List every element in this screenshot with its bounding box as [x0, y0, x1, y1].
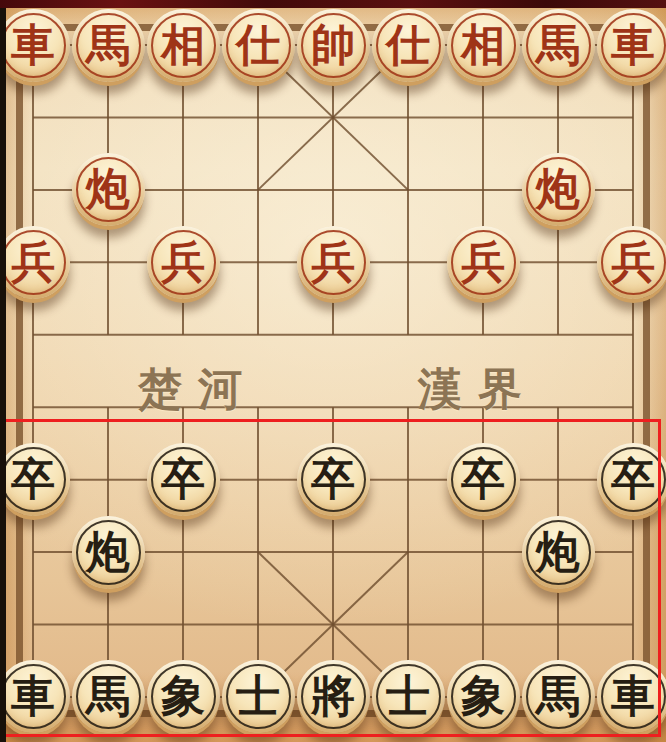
- piece-label: 馬: [522, 9, 595, 82]
- piece-label: 兵: [447, 226, 520, 299]
- piece-black-soldier[interactable]: 卒: [147, 443, 220, 516]
- piece-label: 馬: [72, 9, 145, 82]
- piece-label: 兵: [0, 226, 70, 299]
- piece-label: 卒: [0, 443, 70, 516]
- piece-label: 炮: [72, 153, 145, 226]
- piece-black-cannon[interactable]: 炮: [522, 516, 595, 589]
- piece-label: 仕: [222, 9, 295, 82]
- piece-label: 士: [222, 660, 295, 733]
- piece-black-elephant[interactable]: 象: [447, 660, 520, 733]
- piece-label: 兵: [597, 226, 666, 299]
- piece-label: 兵: [297, 226, 370, 299]
- piece-red-elephant[interactable]: 相: [447, 9, 520, 82]
- piece-label: 帥: [297, 9, 370, 82]
- piece-red-horse[interactable]: 馬: [72, 9, 145, 82]
- piece-black-cannon[interactable]: 炮: [72, 516, 145, 589]
- title-bar: [0, 0, 666, 8]
- piece-label: 車: [597, 9, 666, 82]
- piece-black-advisor[interactable]: 士: [222, 660, 295, 733]
- piece-black-soldier[interactable]: 卒: [297, 443, 370, 516]
- piece-label: 象: [147, 660, 220, 733]
- app-window: 楚河 漢界 車馬相仕帥仕相馬車炮炮兵兵兵兵兵卒卒卒卒卒炮炮車馬象士將士象馬車: [0, 0, 666, 742]
- piece-black-soldier[interactable]: 卒: [597, 443, 666, 516]
- piece-label: 卒: [447, 443, 520, 516]
- piece-label: 車: [597, 660, 666, 733]
- piece-red-soldier[interactable]: 兵: [0, 226, 70, 299]
- piece-label: 車: [0, 9, 70, 82]
- piece-black-elephant[interactable]: 象: [147, 660, 220, 733]
- piece-red-advisor[interactable]: 仕: [372, 9, 445, 82]
- piece-red-general[interactable]: 帥: [297, 9, 370, 82]
- piece-label: 將: [297, 660, 370, 733]
- piece-red-elephant[interactable]: 相: [147, 9, 220, 82]
- piece-black-advisor[interactable]: 士: [372, 660, 445, 733]
- piece-label: 馬: [72, 660, 145, 733]
- piece-label: 卒: [147, 443, 220, 516]
- piece-label: 仕: [372, 9, 445, 82]
- piece-red-chariot[interactable]: 車: [597, 9, 666, 82]
- piece-red-soldier[interactable]: 兵: [597, 226, 666, 299]
- piece-label: 士: [372, 660, 445, 733]
- pieces-layer: 車馬相仕帥仕相馬車炮炮兵兵兵兵兵卒卒卒卒卒炮炮車馬象士將士象馬車: [0, 0, 666, 742]
- piece-label: 炮: [522, 516, 595, 589]
- piece-black-soldier[interactable]: 卒: [447, 443, 520, 516]
- piece-red-cannon[interactable]: 炮: [72, 153, 145, 226]
- piece-label: 卒: [597, 443, 666, 516]
- piece-red-soldier[interactable]: 兵: [297, 226, 370, 299]
- piece-label: 炮: [72, 516, 145, 589]
- piece-black-horse[interactable]: 馬: [522, 660, 595, 733]
- piece-red-advisor[interactable]: 仕: [222, 9, 295, 82]
- piece-red-cannon[interactable]: 炮: [522, 153, 595, 226]
- piece-label: 相: [147, 9, 220, 82]
- piece-black-general[interactable]: 將: [297, 660, 370, 733]
- piece-red-chariot[interactable]: 車: [0, 9, 70, 82]
- piece-black-horse[interactable]: 馬: [72, 660, 145, 733]
- piece-black-chariot[interactable]: 車: [597, 660, 666, 733]
- piece-label: 相: [447, 9, 520, 82]
- piece-black-chariot[interactable]: 車: [0, 660, 70, 733]
- piece-label: 車: [0, 660, 70, 733]
- window-left-edge: [0, 8, 6, 742]
- piece-black-soldier[interactable]: 卒: [0, 443, 70, 516]
- piece-label: 卒: [297, 443, 370, 516]
- piece-label: 兵: [147, 226, 220, 299]
- piece-label: 馬: [522, 660, 595, 733]
- piece-red-soldier[interactable]: 兵: [147, 226, 220, 299]
- piece-red-soldier[interactable]: 兵: [447, 226, 520, 299]
- piece-label: 炮: [522, 153, 595, 226]
- piece-label: 象: [447, 660, 520, 733]
- piece-red-horse[interactable]: 馬: [522, 9, 595, 82]
